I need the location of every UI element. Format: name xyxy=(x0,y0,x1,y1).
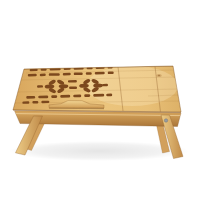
wood-knot xyxy=(156,74,162,77)
laptop-desk-illustration xyxy=(0,0,200,200)
product-photo xyxy=(0,0,200,200)
pivot-screw xyxy=(164,119,167,122)
